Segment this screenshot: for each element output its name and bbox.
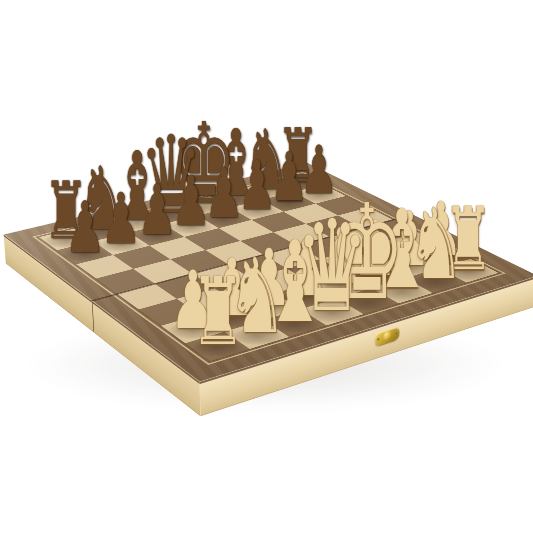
chess-box [4, 163, 533, 382]
square-e2[interactable] [311, 273, 372, 298]
hinge-seam [92, 302, 95, 332]
square-b1[interactable] [225, 320, 289, 349]
clasp-screw [377, 337, 380, 341]
square-e3[interactable] [286, 259, 345, 283]
square-b3[interactable] [177, 288, 238, 314]
square-g1[interactable] [405, 268, 466, 293]
square-d4[interactable] [228, 255, 286, 279]
square-c2[interactable] [238, 293, 300, 320]
perspective-scene [0, 0, 533, 533]
square-f2[interactable] [345, 264, 405, 288]
square-b5[interactable] [134, 259, 192, 283]
square-c4[interactable] [192, 264, 251, 288]
square-a6[interactable] [76, 255, 133, 279]
square-d2[interactable] [275, 283, 336, 309]
square-f1[interactable] [371, 278, 433, 304]
square-a3[interactable] [139, 299, 201, 326]
square-b4[interactable] [155, 274, 215, 299]
square-c3[interactable] [214, 278, 274, 304]
square-b2[interactable] [200, 304, 263, 332]
square-d3[interactable] [251, 268, 311, 293]
clasp-knob [383, 330, 392, 343]
clasp-screw [395, 332, 398, 336]
square-c1[interactable] [263, 309, 327, 337]
square-h1[interactable] [438, 259, 498, 283]
scene: ♜♞♟♝♟♚♟♛♟♝♟♞♟♜♟♟♟♟♜♟♞♟♝♟♚♟♛♟♝♟♞♜ [0, 0, 533, 533]
square-g2[interactable] [379, 254, 438, 278]
square-a1[interactable] [185, 331, 250, 361]
square-e1[interactable] [336, 288, 398, 314]
square-a4[interactable] [117, 283, 177, 309]
board-top [4, 163, 533, 382]
square-d1[interactable] [300, 298, 363, 325]
brass-clasp-icon [375, 326, 400, 347]
square-a5[interactable] [96, 269, 155, 294]
square-a2[interactable] [161, 315, 224, 343]
